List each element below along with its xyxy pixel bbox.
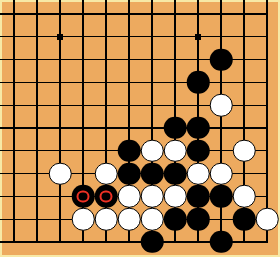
board-intersection [26, 71, 49, 94]
black-stone [187, 185, 210, 208]
board-intersection [141, 185, 164, 208]
white-stone [95, 208, 118, 231]
board-intersection [164, 208, 187, 231]
board-intersection [72, 94, 95, 117]
board-intersection [141, 162, 164, 185]
board-intersection [141, 25, 164, 48]
board-intersection [49, 71, 72, 94]
black-stone [210, 231, 233, 254]
board-intersection [256, 71, 279, 94]
board-intersection [72, 25, 95, 48]
board-intersection [3, 162, 26, 185]
board-intersection [95, 117, 118, 140]
black-stone [187, 71, 210, 94]
board-intersection [26, 139, 49, 162]
board-intersection [118, 162, 141, 185]
white-stone [210, 162, 233, 185]
board-intersection [49, 48, 72, 71]
board-intersection [256, 117, 279, 140]
board-intersection [210, 185, 233, 208]
board-intersection [233, 162, 256, 185]
board-intersection [95, 162, 118, 185]
white-stone [233, 140, 256, 163]
board-intersection [95, 185, 118, 208]
board-intersection [141, 231, 164, 254]
board-intersection [233, 117, 256, 140]
white-stone [141, 185, 164, 208]
board-intersection [95, 231, 118, 254]
board-intersection [72, 231, 95, 254]
board-intersection [233, 71, 256, 94]
board-intersection [187, 231, 210, 254]
board-intersection [72, 3, 95, 26]
white-stone [95, 162, 118, 185]
circle-mark [100, 190, 113, 203]
board-intersection [49, 162, 72, 185]
board-intersection [187, 25, 210, 48]
black-stone [164, 162, 187, 185]
board-intersection [164, 48, 187, 71]
board-intersection [256, 94, 279, 117]
board-intersection [49, 231, 72, 254]
board-intersection [95, 71, 118, 94]
black-stone [164, 208, 187, 231]
board-intersection [210, 48, 233, 71]
white-stone [210, 94, 233, 117]
board-intersection [118, 25, 141, 48]
board-intersection [256, 139, 279, 162]
board-intersection [3, 25, 26, 48]
board-intersection [233, 25, 256, 48]
board-intersection [256, 231, 279, 254]
board-intersection [72, 117, 95, 140]
board-intersection [256, 25, 279, 48]
board-intersection [141, 94, 164, 117]
board-intersection [210, 117, 233, 140]
board-intersection [164, 231, 187, 254]
white-stone [72, 208, 95, 231]
board-intersection [141, 117, 164, 140]
black-stone [187, 208, 210, 231]
board-intersection [233, 139, 256, 162]
board-intersection [164, 185, 187, 208]
board-intersection [233, 3, 256, 26]
board-intersection [141, 3, 164, 26]
board-intersection [187, 3, 210, 26]
black-stone [187, 117, 210, 140]
board-intersection [187, 71, 210, 94]
board-intersection [187, 162, 210, 185]
board-intersection [210, 162, 233, 185]
board-intersection [118, 117, 141, 140]
board-intersection [187, 94, 210, 117]
board-intersection [118, 3, 141, 26]
board-intersection [49, 94, 72, 117]
white-stone [233, 185, 256, 208]
board-intersection [164, 117, 187, 140]
white-stone [256, 208, 279, 231]
board-intersection [233, 185, 256, 208]
board-intersection [26, 25, 49, 48]
board-intersection [72, 185, 95, 208]
marked-black-stone [95, 185, 118, 208]
board-intersection [210, 208, 233, 231]
board-intersection [187, 48, 210, 71]
go-board [2, 2, 278, 255]
board-intersection [164, 94, 187, 117]
board-intersection [164, 25, 187, 48]
board-intersection [118, 208, 141, 231]
black-stone [141, 231, 164, 254]
board-intersection [95, 208, 118, 231]
board-intersection [72, 139, 95, 162]
board-intersection [187, 185, 210, 208]
board-intersection [256, 162, 279, 185]
board-intersection [187, 208, 210, 231]
board-intersection [164, 162, 187, 185]
board-intersection [49, 139, 72, 162]
board-intersection [95, 3, 118, 26]
board-intersection [233, 208, 256, 231]
white-stone [118, 185, 141, 208]
board-intersection [3, 48, 26, 71]
black-stone [118, 140, 141, 163]
black-stone [141, 162, 164, 185]
black-stone [118, 162, 141, 185]
board-intersection [187, 139, 210, 162]
board-intersection [164, 3, 187, 26]
board-intersection [49, 117, 72, 140]
board-intersection [118, 71, 141, 94]
board-intersection [26, 117, 49, 140]
board-intersection [72, 162, 95, 185]
board-intersection [210, 71, 233, 94]
board-intersection [95, 94, 118, 117]
board-intersection [141, 139, 164, 162]
board-intersection [3, 3, 26, 26]
board-intersection [210, 231, 233, 254]
board-intersection [256, 208, 279, 231]
board-intersection [233, 231, 256, 254]
board-intersection [49, 25, 72, 48]
board-intersection [118, 185, 141, 208]
board-intersection [164, 139, 187, 162]
board-intersection [141, 48, 164, 71]
white-stone [141, 140, 164, 163]
board-intersection [3, 208, 26, 231]
board-intersection [118, 139, 141, 162]
board-intersection [72, 48, 95, 71]
board-intersection [3, 139, 26, 162]
white-stone [118, 208, 141, 231]
board-intersection [118, 94, 141, 117]
board-intersection [26, 231, 49, 254]
white-stone [164, 185, 187, 208]
board-intersection [141, 71, 164, 94]
board-intersection [256, 185, 279, 208]
board-intersection [72, 208, 95, 231]
board-cells [3, 3, 279, 254]
board-intersection [210, 94, 233, 117]
board-intersection [3, 71, 26, 94]
white-stone [187, 162, 210, 185]
board-intersection [3, 94, 26, 117]
board-intersection [118, 231, 141, 254]
marked-black-stone [72, 185, 95, 208]
board-intersection [26, 48, 49, 71]
board-intersection [3, 117, 26, 140]
black-stone [164, 117, 187, 140]
black-stone [210, 185, 233, 208]
board-intersection [187, 117, 210, 140]
board-intersection [141, 208, 164, 231]
black-stone [210, 48, 233, 71]
board-intersection [210, 25, 233, 48]
board-intersection [49, 208, 72, 231]
board-intersection [95, 25, 118, 48]
black-stone [187, 140, 210, 163]
black-stone [233, 208, 256, 231]
board-intersection [49, 185, 72, 208]
board-intersection [210, 139, 233, 162]
board-intersection [3, 231, 26, 254]
board-intersection [233, 48, 256, 71]
board-intersection [95, 139, 118, 162]
board-intersection [49, 3, 72, 26]
circle-mark [77, 190, 90, 203]
board-intersection [256, 48, 279, 71]
board-intersection [26, 185, 49, 208]
board-intersection [26, 3, 49, 26]
go-diagram [0, 0, 280, 257]
board-intersection [95, 48, 118, 71]
board-intersection [3, 185, 26, 208]
board-intersection [210, 3, 233, 26]
white-stone [164, 140, 187, 163]
board-intersection [26, 208, 49, 231]
board-intersection [26, 94, 49, 117]
board-intersection [233, 94, 256, 117]
board-intersection [26, 162, 49, 185]
board-intersection [256, 3, 279, 26]
white-stone [49, 162, 72, 185]
board-intersection [72, 71, 95, 94]
white-stone [141, 208, 164, 231]
board-intersection [118, 48, 141, 71]
board-intersection [164, 71, 187, 94]
